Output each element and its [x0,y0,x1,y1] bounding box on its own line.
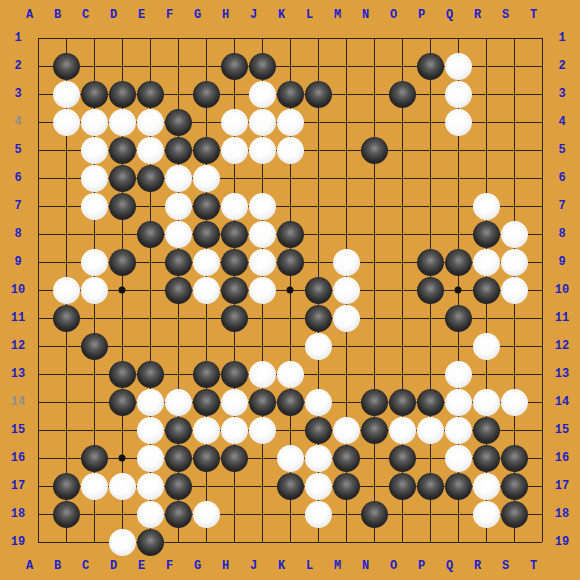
white-stone-R17 [473,473,500,500]
black-stone-Q17 [445,473,472,500]
white-stone-M9 [333,249,360,276]
white-stone-D4 [109,109,136,136]
white-stone-M11 [333,305,360,332]
black-stone-O16 [389,445,416,472]
row-label-left-19: 19 [6,535,30,549]
star-point [119,455,126,462]
black-stone-B17 [53,473,80,500]
black-stone-F5 [165,137,192,164]
white-stone-L12 [305,333,332,360]
black-stone-H16 [221,445,248,472]
row-label-right-2: 2 [550,59,574,73]
col-label-bottom-C: C [82,559,89,573]
black-stone-K14 [277,389,304,416]
col-label-bottom-P: P [418,559,425,573]
white-stone-H14 [221,389,248,416]
black-stone-E6 [137,165,164,192]
white-stone-R18 [473,501,500,528]
black-stone-D6 [109,165,136,192]
white-stone-C4 [81,109,108,136]
black-stone-H9 [221,249,248,276]
black-stone-P9 [417,249,444,276]
black-stone-B18 [53,501,80,528]
black-stone-G7 [193,193,220,220]
black-stone-F17 [165,473,192,500]
white-stone-K4 [277,109,304,136]
white-stone-C7 [81,193,108,220]
col-label-bottom-R: R [474,559,481,573]
col-label-top-O: O [390,8,397,22]
row-label-right-15: 15 [550,423,574,437]
white-stone-Q14 [445,389,472,416]
black-stone-F16 [165,445,192,472]
white-stone-M10 [333,277,360,304]
black-stone-S16 [501,445,528,472]
white-stone-E4 [137,109,164,136]
col-label-bottom-J: J [250,559,257,573]
row-label-left-12: 12 [6,339,30,353]
white-stone-E18 [137,501,164,528]
white-stone-S10 [501,277,528,304]
white-stone-J7 [249,193,276,220]
row-label-right-18: 18 [550,507,574,521]
white-stone-G10 [193,277,220,304]
black-stone-F15 [165,417,192,444]
black-stone-J2 [249,53,276,80]
col-label-bottom-L: L [306,559,313,573]
white-stone-S9 [501,249,528,276]
white-stone-K13 [277,361,304,388]
black-stone-N18 [361,501,388,528]
row-label-left-15: 15 [6,423,30,437]
col-label-top-Q: Q [446,8,453,22]
black-stone-M16 [333,445,360,472]
black-stone-J14 [249,389,276,416]
row-label-right-11: 11 [550,311,574,325]
white-stone-Q4 [445,109,472,136]
black-stone-L10 [305,277,332,304]
black-stone-K9 [277,249,304,276]
col-label-bottom-S: S [502,559,509,573]
col-label-bottom-H: H [222,559,229,573]
white-stone-M15 [333,417,360,444]
black-stone-O17 [389,473,416,500]
black-stone-L3 [305,81,332,108]
white-stone-G18 [193,501,220,528]
black-stone-D5 [109,137,136,164]
black-stone-F10 [165,277,192,304]
white-stone-O15 [389,417,416,444]
row-label-left-16: 16 [6,451,30,465]
black-stone-H13 [221,361,248,388]
white-stone-L17 [305,473,332,500]
black-stone-P2 [417,53,444,80]
black-stone-F9 [165,249,192,276]
black-stone-G13 [193,361,220,388]
col-label-top-N: N [362,8,369,22]
row-label-right-12: 12 [550,339,574,353]
col-label-top-J: J [250,8,257,22]
white-stone-J8 [249,221,276,248]
col-label-bottom-D: D [110,559,117,573]
white-stone-G6 [193,165,220,192]
black-stone-D9 [109,249,136,276]
black-stone-R16 [473,445,500,472]
star-point [287,287,294,294]
white-stone-B3 [53,81,80,108]
white-stone-Q16 [445,445,472,472]
row-label-right-3: 3 [550,87,574,101]
black-stone-N5 [361,137,388,164]
black-stone-C12 [81,333,108,360]
white-stone-F7 [165,193,192,220]
row-label-left-18: 18 [6,507,30,521]
white-stone-F8 [165,221,192,248]
white-stone-F14 [165,389,192,416]
white-stone-J10 [249,277,276,304]
white-stone-Q3 [445,81,472,108]
white-stone-L18 [305,501,332,528]
col-label-top-P: P [418,8,425,22]
star-point [119,287,126,294]
white-stone-E16 [137,445,164,472]
col-label-top-M: M [334,8,341,22]
black-stone-H11 [221,305,248,332]
row-label-right-4: 4 [550,115,574,129]
go-board[interactable]: AABBCCDDEEFFGGHHJJKKLLMMNNOOPPQQRRSSTT11… [0,0,580,580]
black-stone-D3 [109,81,136,108]
black-stone-K3 [277,81,304,108]
col-label-bottom-K: K [278,559,285,573]
col-label-bottom-Q: Q [446,559,453,573]
row-label-right-1: 1 [550,31,574,45]
black-stone-H2 [221,53,248,80]
black-stone-G5 [193,137,220,164]
black-stone-G16 [193,445,220,472]
col-label-bottom-M: M [334,559,341,573]
black-stone-E3 [137,81,164,108]
white-stone-K5 [277,137,304,164]
black-stone-Q11 [445,305,472,332]
black-stone-F18 [165,501,192,528]
black-stone-E8 [137,221,164,248]
col-label-bottom-A: A [26,559,33,573]
row-label-right-13: 13 [550,367,574,381]
white-stone-G9 [193,249,220,276]
white-stone-B10 [53,277,80,304]
row-label-left-5: 5 [6,143,30,157]
black-stone-C16 [81,445,108,472]
white-stone-R12 [473,333,500,360]
col-label-bottom-N: N [362,559,369,573]
col-label-top-E: E [138,8,145,22]
col-label-top-L: L [306,8,313,22]
black-stone-K8 [277,221,304,248]
white-stone-P15 [417,417,444,444]
col-label-top-R: R [474,8,481,22]
row-label-left-11: 11 [6,311,30,325]
white-stone-B4 [53,109,80,136]
white-stone-R14 [473,389,500,416]
black-stone-B11 [53,305,80,332]
row-label-right-17: 17 [550,479,574,493]
row-label-left-9: 9 [6,255,30,269]
row-label-right-16: 16 [550,451,574,465]
row-label-left-17: 17 [6,479,30,493]
white-stone-F6 [165,165,192,192]
black-stone-P17 [417,473,444,500]
black-stone-K17 [277,473,304,500]
row-label-right-6: 6 [550,171,574,185]
row-label-right-9: 9 [550,255,574,269]
black-stone-O3 [389,81,416,108]
white-stone-D17 [109,473,136,500]
white-stone-S8 [501,221,528,248]
black-stone-D14 [109,389,136,416]
white-stone-J9 [249,249,276,276]
white-stone-J4 [249,109,276,136]
black-stone-E19 [137,529,164,556]
white-stone-G15 [193,417,220,444]
white-stone-C10 [81,277,108,304]
white-stone-C17 [81,473,108,500]
col-label-top-K: K [278,8,285,22]
col-label-top-C: C [82,8,89,22]
row-label-left-8: 8 [6,227,30,241]
row-label-right-8: 8 [550,227,574,241]
col-label-top-S: S [502,8,509,22]
row-label-left-2: 2 [6,59,30,73]
black-stone-L15 [305,417,332,444]
col-label-top-H: H [222,8,229,22]
row-label-left-13: 13 [6,367,30,381]
black-stone-M17 [333,473,360,500]
black-stone-R15 [473,417,500,444]
col-label-top-T: T [530,8,537,22]
col-label-bottom-G: G [194,559,201,573]
white-stone-C5 [81,137,108,164]
col-label-bottom-B: B [54,559,61,573]
black-stone-O14 [389,389,416,416]
white-stone-K16 [277,445,304,472]
black-stone-P10 [417,277,444,304]
black-stone-N15 [361,417,388,444]
black-stone-H8 [221,221,248,248]
row-label-left-10: 10 [6,283,30,297]
black-stone-Q9 [445,249,472,276]
white-stone-S14 [501,389,528,416]
white-stone-J5 [249,137,276,164]
col-label-top-A: A [26,8,33,22]
white-stone-E5 [137,137,164,164]
white-stone-H7 [221,193,248,220]
col-label-bottom-E: E [138,559,145,573]
row-label-right-10: 10 [550,283,574,297]
white-stone-H5 [221,137,248,164]
row-label-right-7: 7 [550,199,574,213]
white-stone-R9 [473,249,500,276]
col-label-bottom-F: F [166,559,173,573]
black-stone-G3 [193,81,220,108]
white-stone-H15 [221,417,248,444]
row-label-left-6: 6 [6,171,30,185]
black-stone-D7 [109,193,136,220]
row-label-left-14: 14 [6,395,30,409]
row-label-left-4: 4 [6,115,30,129]
black-stone-P14 [417,389,444,416]
row-label-left-7: 7 [6,199,30,213]
col-label-top-D: D [110,8,117,22]
white-stone-J15 [249,417,276,444]
black-stone-D13 [109,361,136,388]
row-label-right-19: 19 [550,535,574,549]
white-stone-L14 [305,389,332,416]
col-label-top-G: G [194,8,201,22]
white-stone-E14 [137,389,164,416]
black-stone-N14 [361,389,388,416]
col-label-top-B: B [54,8,61,22]
white-stone-D19 [109,529,136,556]
row-label-right-14: 14 [550,395,574,409]
white-stone-Q15 [445,417,472,444]
black-stone-R8 [473,221,500,248]
black-stone-C3 [81,81,108,108]
star-point [455,287,462,294]
white-stone-E15 [137,417,164,444]
row-label-right-5: 5 [550,143,574,157]
white-stone-R7 [473,193,500,220]
col-label-top-F: F [166,8,173,22]
white-stone-J13 [249,361,276,388]
black-stone-G14 [193,389,220,416]
black-stone-G8 [193,221,220,248]
white-stone-Q13 [445,361,472,388]
white-stone-L16 [305,445,332,472]
black-stone-B2 [53,53,80,80]
white-stone-Q2 [445,53,472,80]
col-label-bottom-T: T [530,559,537,573]
black-stone-R10 [473,277,500,304]
black-stone-L11 [305,305,332,332]
white-stone-C9 [81,249,108,276]
black-stone-S18 [501,501,528,528]
black-stone-S17 [501,473,528,500]
black-stone-E13 [137,361,164,388]
white-stone-E17 [137,473,164,500]
white-stone-H4 [221,109,248,136]
col-label-bottom-O: O [390,559,397,573]
row-label-left-1: 1 [6,31,30,45]
black-stone-F4 [165,109,192,136]
row-label-left-3: 3 [6,87,30,101]
white-stone-J3 [249,81,276,108]
black-stone-H10 [221,277,248,304]
white-stone-C6 [81,165,108,192]
